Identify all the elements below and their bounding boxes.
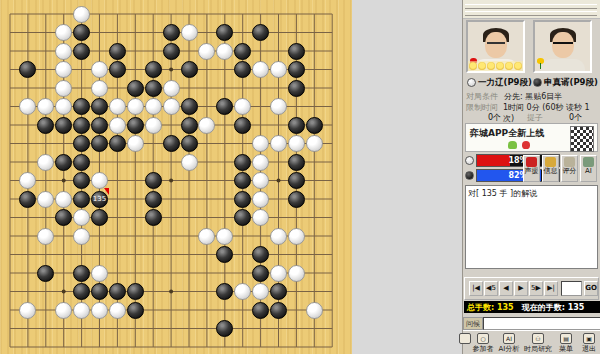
black-stone-5-15[interactable]: [91, 283, 108, 300]
time-label: 限制时间: [466, 102, 503, 112]
captures-label: 提子: [527, 112, 543, 122]
black-stone-5-7[interactable]: [91, 135, 108, 152]
white-stone-15-3[interactable]: [270, 61, 287, 78]
black-stone-16-10[interactable]: [288, 191, 305, 208]
black-player-name: 申真谞(P9段): [544, 77, 598, 89]
move-navigation: |◀ ◀5 ◀ ▶ 5▶ ▶| GO: [464, 277, 599, 300]
white-stone-11-2[interactable]: [198, 43, 215, 60]
white-stone-12-12[interactable]: [216, 228, 233, 245]
white-stone-4-11[interactable]: [73, 209, 90, 226]
move-number-input[interactable]: [561, 281, 582, 296]
black-stone-4-7[interactable]: [73, 135, 90, 152]
white-stone-3-2[interactable]: [55, 43, 72, 60]
black-stone-10-3[interactable]: [181, 61, 198, 78]
black-stone-8-9[interactable]: [145, 172, 162, 189]
board-panel-gutter: [352, 0, 462, 354]
white-stone-15-7[interactable]: [270, 135, 287, 152]
android-icon: [508, 141, 517, 149]
conditions-value: 分先: 黑贴6目半: [504, 91, 562, 101]
black-stone-9-7[interactable]: [163, 135, 180, 152]
black-stone-9-2[interactable]: [163, 43, 180, 60]
ai-button[interactable]: AI: [580, 155, 597, 182]
black-stone-15-15[interactable]: [270, 283, 287, 300]
black-stone-7-6[interactable]: [127, 117, 144, 134]
nav-forward-button[interactable]: ▶: [514, 281, 528, 296]
black-stone-13-2[interactable]: [234, 43, 251, 60]
black-stone-5-10[interactable]: 135: [91, 191, 108, 208]
go-button[interactable]: GO: [584, 281, 598, 296]
black-stone-13-8[interactable]: [234, 154, 251, 171]
white-stone-14-10[interactable]: [252, 191, 269, 208]
black-stone-5-6[interactable]: [91, 117, 108, 134]
toolbar-gripper: [465, 11, 597, 16]
white-stone-15-5[interactable]: [270, 98, 287, 115]
black-stone-1-10[interactable]: [19, 191, 36, 208]
research-icon: ⚇: [532, 333, 544, 344]
current-move-label: 现在的手数: 135: [522, 302, 585, 313]
black-stone-icon: [533, 78, 542, 87]
white-stone-9-5[interactable]: [163, 98, 180, 115]
white-stone-9-4[interactable]: [163, 80, 180, 97]
info-button[interactable]: 信息: [542, 155, 559, 182]
black-stone-6-2[interactable]: [109, 43, 126, 60]
black-captures-count: 0个: [569, 112, 582, 122]
white-stone-2-12[interactable]: [37, 228, 54, 245]
white-stone-5-16[interactable]: [91, 302, 108, 319]
black-stone-9-1[interactable]: [163, 24, 180, 41]
white-player-photo: [466, 20, 525, 73]
white-player-name-row: 一力辽(P9段): [467, 77, 532, 88]
nav-back-button[interactable]: ◀: [499, 281, 513, 296]
white-stone-14-11[interactable]: [252, 209, 269, 226]
white-stone-12-2[interactable]: [216, 43, 233, 60]
nav-back5-button[interactable]: ◀5: [484, 281, 498, 296]
nav-first-button[interactable]: |◀: [469, 281, 483, 296]
black-stone-4-2[interactable]: [73, 43, 90, 60]
white-stone-11-12[interactable]: [198, 228, 215, 245]
chart-icon: [564, 157, 575, 167]
black-stone-4-8[interactable]: [73, 154, 90, 171]
black-stone-8-4[interactable]: [145, 80, 162, 97]
black-stone-16-6[interactable]: [288, 117, 305, 134]
black-stone-4-5[interactable]: [73, 98, 90, 115]
apple-icon: [522, 141, 530, 149]
white-stone-11-6[interactable]: [198, 117, 215, 134]
cheer-button[interactable]: 声援: [523, 155, 540, 182]
black-stone-17-6[interactable]: [306, 117, 323, 134]
person-icon: ○: [477, 333, 489, 344]
white-stone-5-9[interactable]: [91, 172, 108, 189]
white-player-name: 一力辽(P9段): [478, 77, 532, 89]
last-move-marker-icon: [104, 188, 109, 195]
app-banner[interactable]: 弈城APP全新上线: [465, 123, 598, 152]
game-conditions-row: 对局条件 分先: 黑贴6目半: [466, 91, 598, 101]
black-stone-14-16[interactable]: [252, 302, 269, 319]
white-stone-icon: [465, 156, 474, 165]
black-stone-8-3[interactable]: [145, 61, 162, 78]
briefcase-icon: [545, 157, 556, 167]
black-stone-7-15[interactable]: [127, 283, 144, 300]
black-stone-16-3[interactable]: [288, 61, 305, 78]
white-stone-16-12[interactable]: [288, 228, 305, 245]
black-stone-10-6[interactable]: [181, 117, 198, 134]
white-stone-3-10[interactable]: [55, 191, 72, 208]
white-stone-14-9[interactable]: [252, 172, 269, 189]
white-stone-5-3[interactable]: [91, 61, 108, 78]
side-panel: 一力辽(P9段) 申真谞(P9段) 对局条件 分先: 黑贴6目半 限制时间 1时…: [462, 0, 600, 354]
white-stone-2-10[interactable]: [37, 191, 54, 208]
yellow-roses-row-icon: [468, 61, 523, 71]
total-moves-label: 总手数: 135: [467, 302, 514, 313]
black-stone-16-8[interactable]: [288, 154, 305, 171]
white-stone-14-3[interactable]: [252, 61, 269, 78]
black-stone-4-15[interactable]: [73, 283, 90, 300]
white-stone-7-7[interactable]: [127, 135, 144, 152]
black-stone-14-14[interactable]: [252, 265, 269, 282]
black-stone-13-10[interactable]: [234, 191, 251, 208]
white-stone-17-16[interactable]: [306, 302, 323, 319]
black-stone-6-7[interactable]: [109, 135, 126, 152]
captures-row: 0个 提子 0个: [466, 112, 598, 122]
yellow-tulip-icon: [537, 58, 544, 69]
black-stone-16-4[interactable]: [288, 80, 305, 97]
white-stone-2-8[interactable]: [37, 154, 54, 171]
black-stone-4-1[interactable]: [73, 24, 90, 41]
time-limit-row: 限制时间 1时间 0分 (60秒 读秒 1次): [466, 102, 598, 112]
black-stone-5-5[interactable]: [91, 98, 108, 115]
black-stone-4-9[interactable]: [73, 172, 90, 189]
black-stone-7-16[interactable]: [127, 302, 144, 319]
banner-text: 弈城APP全新上线: [470, 127, 544, 140]
black-stone-13-6[interactable]: [234, 117, 251, 134]
white-stone-14-7[interactable]: [252, 135, 269, 152]
black-stone-4-14[interactable]: [73, 265, 90, 282]
commentary-box[interactable]: 对[ 135 手 ]的解说: [465, 185, 598, 269]
menu-book-icon: ▤: [560, 333, 572, 344]
ai-icon: AI: [503, 333, 515, 344]
toolbar-gripper: [465, 4, 597, 9]
exit-button[interactable]: ▣ 退出: [579, 332, 599, 354]
white-stone-6-6[interactable]: [109, 117, 126, 134]
nav-last-button[interactable]: ▶|: [544, 281, 558, 296]
white-stone-16-14[interactable]: [288, 265, 305, 282]
go-board[interactable]: 135: [0, 0, 352, 354]
white-stone-17-7[interactable]: [306, 135, 323, 152]
black-stone-icon: [465, 171, 474, 180]
black-stone-15-16[interactable]: [270, 302, 287, 319]
bottom-toolbar: ○ 参加者 AI AI分析 ⚇ 时局研究 ▤ 菜单 ▣ 退出: [463, 330, 600, 354]
white-stone-8-5[interactable]: [145, 98, 162, 115]
black-stone-4-6[interactable]: [73, 117, 90, 134]
white-stone-5-4[interactable]: [91, 80, 108, 97]
black-stone-8-11[interactable]: [145, 209, 162, 226]
white-stone-6-5[interactable]: [109, 98, 126, 115]
black-player-photo: [533, 20, 592, 73]
white-stone-15-14[interactable]: [270, 265, 287, 282]
black-stone-5-11[interactable]: [91, 209, 108, 226]
white-stone-7-5[interactable]: [127, 98, 144, 115]
black-stone-3-8[interactable]: [55, 154, 72, 171]
black-stone-10-5[interactable]: [181, 98, 198, 115]
white-stone-4-12[interactable]: [73, 228, 90, 245]
black-stone-2-14[interactable]: [37, 265, 54, 282]
chip-icon: [583, 157, 594, 167]
menu-button[interactable]: ▤ 菜单: [556, 332, 576, 354]
black-stone-6-3[interactable]: [109, 61, 126, 78]
conditions-label: 对局条件: [466, 91, 504, 101]
move-status-bar: 总手数: 135 现在的手数: 135: [464, 301, 600, 313]
time-value: 1时间 0分 (60秒 读秒 1次): [503, 102, 598, 112]
participants-button[interactable]: ○ 参加者: [471, 332, 495, 354]
black-stone-2-6[interactable]: [37, 117, 54, 134]
black-player-name-row: 申真谞(P9段): [533, 77, 598, 88]
black-stone-3-6[interactable]: [55, 117, 72, 134]
panel-top-strip: [463, 0, 600, 19]
black-stone-14-13[interactable]: [252, 246, 269, 263]
white-stone-4-16[interactable]: [73, 302, 90, 319]
white-stone-5-14[interactable]: [91, 265, 108, 282]
white-stone-8-6[interactable]: [145, 117, 162, 134]
rose-icon: [526, 157, 537, 167]
white-stone-15-12[interactable]: [270, 228, 287, 245]
qr-code-icon: [570, 126, 594, 152]
black-stone-16-9[interactable]: [288, 172, 305, 189]
black-stone-6-15[interactable]: [109, 283, 126, 300]
white-stone-14-8[interactable]: [252, 154, 269, 171]
go-client-window: 135: [0, 0, 600, 354]
white-stone-icon: [467, 78, 476, 87]
greeting-label: 问候语: [463, 317, 483, 330]
white-stone-6-16[interactable]: [109, 302, 126, 319]
black-stone-14-1[interactable]: [252, 24, 269, 41]
white-stone-10-8[interactable]: [181, 154, 198, 171]
white-captures-count: 0个: [488, 112, 501, 122]
black-stone-16-2[interactable]: [288, 43, 305, 60]
ai-analysis-button[interactable]: AI AI分析: [497, 332, 521, 354]
board-icon: [459, 333, 471, 344]
white-stone-10-1[interactable]: [181, 24, 198, 41]
white-stone-1-16[interactable]: [19, 302, 36, 319]
score-button[interactable]: 评分: [561, 155, 578, 182]
white-stone-16-7[interactable]: [288, 135, 305, 152]
cut-toolbar-button[interactable]: [459, 332, 469, 354]
white-stone-3-4[interactable]: [55, 80, 72, 97]
white-stone-3-16[interactable]: [55, 302, 72, 319]
black-stone-4-10[interactable]: [73, 191, 90, 208]
black-stone-7-4[interactable]: [127, 80, 144, 97]
white-stone-14-15[interactable]: [252, 283, 269, 300]
exit-icon: ▣: [583, 333, 595, 344]
black-stone-10-7[interactable]: [181, 135, 198, 152]
greeting-input[interactable]: [483, 317, 600, 330]
commentary-text: 对[ 135 手 ]的解说: [468, 189, 537, 198]
nav-forward5-button[interactable]: 5▶: [529, 281, 543, 296]
game-research-button[interactable]: ⚇ 时局研究: [523, 332, 553, 354]
black-stone-8-10[interactable]: [145, 191, 162, 208]
greeting-row: 问候语: [463, 317, 600, 330]
white-stone-4-0[interactable]: [73, 6, 90, 23]
